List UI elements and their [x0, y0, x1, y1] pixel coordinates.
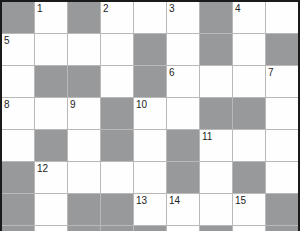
letter-cell-r8c8[interactable] — [233, 226, 265, 231]
blocked-cell-r4c7 — [200, 98, 232, 129]
blocked-cell-r6c1 — [2, 162, 34, 193]
letter-cell-r5c8[interactable] — [233, 130, 265, 161]
blocked-cell-r5c6 — [167, 130, 199, 161]
clue-number: 14 — [169, 195, 180, 206]
letter-cell-r3c7[interactable] — [200, 66, 232, 97]
letter-cell-r6c5[interactable] — [134, 162, 166, 193]
clue-number: 9 — [70, 99, 76, 110]
clue-number: 4 — [235, 3, 241, 14]
clue-number: 13 — [136, 195, 147, 206]
letter-cell-r1c5[interactable] — [134, 2, 166, 33]
clue-number: 2 — [103, 3, 109, 14]
blocked-cell-r7c4 — [101, 194, 133, 225]
clue-number: 5 — [4, 35, 10, 46]
clue-number: 8 — [4, 99, 10, 110]
letter-cell-r7c8[interactable]: 15 — [233, 194, 265, 225]
letter-cell-r2c8[interactable] — [233, 34, 265, 65]
letter-cell-r5c1[interactable] — [2, 130, 34, 161]
blocked-cell-r3c2 — [35, 66, 67, 97]
letter-cell-r4c5[interactable]: 10 — [134, 98, 166, 129]
letter-cell-r2c2[interactable] — [35, 34, 67, 65]
blocked-cell-r1c7 — [200, 2, 232, 33]
blocked-cell-r7c1 — [2, 194, 34, 225]
clue-number: 10 — [136, 99, 147, 110]
letter-cell-r2c1[interactable]: 5 — [2, 34, 34, 65]
clue-number: 11 — [202, 131, 212, 142]
clue-number: 3 — [169, 3, 175, 14]
letter-cell-r3c9[interactable]: 7 — [266, 66, 298, 97]
letter-cell-r6c2[interactable]: 12 — [35, 162, 67, 193]
blocked-cell-r7c3 — [68, 194, 100, 225]
letter-cell-r7c6[interactable]: 14 — [167, 194, 199, 225]
blocked-cell-r8c5 — [134, 226, 166, 231]
letter-cell-r6c9[interactable] — [266, 162, 298, 193]
blocked-cell-r3c5 — [134, 66, 166, 97]
letter-cell-r2c3[interactable] — [68, 34, 100, 65]
clue-number: 1 — [37, 3, 43, 14]
blocked-cell-r7c9 — [266, 194, 298, 225]
letter-cell-r5c3[interactable] — [68, 130, 100, 161]
letter-cell-r7c7[interactable] — [200, 194, 232, 225]
letter-cell-r5c5[interactable] — [134, 130, 166, 161]
blocked-cell-r8c4 — [101, 226, 133, 231]
letter-cell-r1c6[interactable]: 3 — [167, 2, 199, 33]
blocked-cell-r1c3 — [68, 2, 100, 33]
blocked-cell-r4c4 — [101, 98, 133, 129]
letter-cell-r1c9[interactable] — [266, 2, 298, 33]
letter-cell-r6c3[interactable] — [68, 162, 100, 193]
letter-cell-r3c6[interactable]: 6 — [167, 66, 199, 97]
blocked-cell-r2c7 — [200, 34, 232, 65]
letter-cell-r1c2[interactable]: 1 — [35, 2, 67, 33]
letter-cell-r4c3[interactable]: 9 — [68, 98, 100, 129]
blocked-cell-r8c9 — [266, 226, 298, 231]
blocked-cell-r2c5 — [134, 34, 166, 65]
letter-cell-r4c9[interactable] — [266, 98, 298, 129]
blocked-cell-r8c1 — [2, 226, 34, 231]
letter-cell-r4c6[interactable] — [167, 98, 199, 129]
letter-cell-r8c6[interactable] — [167, 226, 199, 231]
crossword-frame: 123456789101112131415 — [0, 0, 300, 231]
blocked-cell-r2c9 — [266, 34, 298, 65]
blocked-cell-r6c6 — [167, 162, 199, 193]
letter-cell-r3c8[interactable] — [233, 66, 265, 97]
blocked-cell-r4c8 — [233, 98, 265, 129]
letter-cell-r2c4[interactable] — [101, 34, 133, 65]
letter-cell-r4c1[interactable]: 8 — [2, 98, 34, 129]
clue-number: 12 — [37, 163, 48, 174]
letter-cell-r5c9[interactable] — [266, 130, 298, 161]
blocked-cell-r5c2 — [35, 130, 67, 161]
letter-cell-r4c2[interactable] — [35, 98, 67, 129]
blocked-cell-r3c3 — [68, 66, 100, 97]
blocked-cell-r8c7 — [200, 226, 232, 231]
clue-number: 7 — [268, 67, 274, 78]
letter-cell-r3c1[interactable] — [2, 66, 34, 97]
letter-cell-r1c4[interactable]: 2 — [101, 2, 133, 33]
blocked-cell-r6c8 — [233, 162, 265, 193]
letter-cell-r5c7[interactable]: 11 — [200, 130, 232, 161]
letter-cell-r2c6[interactable] — [167, 34, 199, 65]
crossword-grid: 123456789101112131415 — [2, 2, 298, 231]
clue-number: 15 — [235, 195, 246, 206]
letter-cell-r7c5[interactable]: 13 — [134, 194, 166, 225]
letter-cell-r7c2[interactable] — [35, 194, 67, 225]
letter-cell-r6c7[interactable] — [200, 162, 232, 193]
letter-cell-r3c4[interactable] — [101, 66, 133, 97]
letter-cell-r6c4[interactable] — [101, 162, 133, 193]
clue-number: 6 — [169, 67, 175, 78]
letter-cell-r1c8[interactable]: 4 — [233, 2, 265, 33]
blocked-cell-r1c1 — [2, 2, 34, 33]
letter-cell-r8c2[interactable] — [35, 226, 67, 231]
blocked-cell-r5c4 — [101, 130, 133, 161]
blocked-cell-r8c3 — [68, 226, 100, 231]
